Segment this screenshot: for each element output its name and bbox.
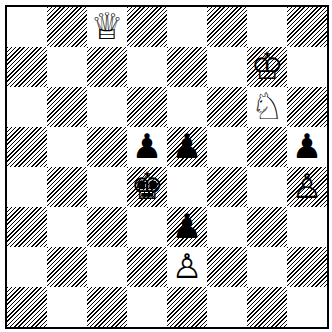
square-d1[interactable]	[127, 287, 167, 327]
square-b1[interactable]	[47, 287, 87, 327]
square-h2[interactable]	[287, 247, 327, 287]
square-c4[interactable]	[87, 167, 127, 207]
square-h7[interactable]	[287, 47, 327, 87]
piece-white-pawn-e2[interactable]: ♙	[172, 249, 202, 283]
square-b2[interactable]	[47, 247, 87, 287]
square-c8[interactable]: ♕	[87, 7, 127, 47]
square-a7[interactable]	[7, 47, 47, 87]
square-h6[interactable]	[287, 87, 327, 127]
square-a1[interactable]	[7, 287, 47, 327]
square-c3[interactable]	[87, 207, 127, 247]
square-g2[interactable]	[247, 247, 287, 287]
square-h8[interactable]	[287, 7, 327, 47]
square-g7[interactable]: ♔	[247, 47, 287, 87]
square-f2[interactable]	[207, 247, 247, 287]
square-b7[interactable]	[47, 47, 87, 87]
square-d8[interactable]	[127, 7, 167, 47]
square-g5[interactable]	[247, 127, 287, 167]
square-d7[interactable]	[127, 47, 167, 87]
square-b8[interactable]	[47, 7, 87, 47]
square-d3[interactable]	[127, 207, 167, 247]
square-a6[interactable]	[7, 87, 47, 127]
square-d5[interactable]: ♟	[127, 127, 167, 167]
piece-white-knight-g6[interactable]: ♘	[250, 88, 283, 125]
square-e6[interactable]	[167, 87, 207, 127]
square-h4[interactable]: ♙	[287, 167, 327, 207]
square-a8[interactable]	[7, 7, 47, 47]
square-e5[interactable]: ♟	[167, 127, 207, 167]
square-g1[interactable]	[247, 287, 287, 327]
square-e1[interactable]	[167, 287, 207, 327]
square-f1[interactable]	[207, 287, 247, 327]
square-e2[interactable]: ♙	[167, 247, 207, 287]
square-c2[interactable]	[87, 247, 127, 287]
square-c1[interactable]	[87, 287, 127, 327]
piece-white-king-g7[interactable]: ♔	[250, 48, 283, 85]
square-d2[interactable]	[127, 247, 167, 287]
square-h3[interactable]	[287, 207, 327, 247]
square-a3[interactable]	[7, 207, 47, 247]
board-frame: ♕♔♘♟♟♟♚♙♟♙	[5, 5, 329, 329]
square-b3[interactable]	[47, 207, 87, 247]
square-f7[interactable]	[207, 47, 247, 87]
square-c7[interactable]	[87, 47, 127, 87]
square-b5[interactable]	[47, 127, 87, 167]
square-e7[interactable]	[167, 47, 207, 87]
square-c6[interactable]	[87, 87, 127, 127]
square-f5[interactable]	[207, 127, 247, 167]
piece-black-pawn-d5[interactable]: ♟	[132, 129, 162, 163]
piece-white-queen-c8[interactable]: ♕	[90, 8, 123, 45]
piece-black-pawn-h5[interactable]: ♟	[292, 129, 322, 163]
square-f6[interactable]	[207, 87, 247, 127]
square-b4[interactable]	[47, 167, 87, 207]
square-e8[interactable]	[167, 7, 207, 47]
square-f8[interactable]	[207, 7, 247, 47]
piece-white-pawn-h4[interactable]: ♙	[292, 169, 322, 203]
piece-black-pawn-e3[interactable]: ♟	[172, 209, 202, 243]
square-g3[interactable]	[247, 207, 287, 247]
square-g4[interactable]	[247, 167, 287, 207]
square-f4[interactable]	[207, 167, 247, 207]
square-d4[interactable]: ♚	[127, 167, 167, 207]
square-e4[interactable]	[167, 167, 207, 207]
square-h5[interactable]: ♟	[287, 127, 327, 167]
square-e3[interactable]: ♟	[167, 207, 207, 247]
square-a5[interactable]	[7, 127, 47, 167]
chess-diagram: ♕♔♘♟♟♟♚♙♟♙	[0, 0, 332, 332]
square-g6[interactable]: ♘	[247, 87, 287, 127]
square-f3[interactable]	[207, 207, 247, 247]
square-b6[interactable]	[47, 87, 87, 127]
square-c5[interactable]	[87, 127, 127, 167]
square-a2[interactable]	[7, 247, 47, 287]
square-g8[interactable]	[247, 7, 287, 47]
square-h1[interactable]	[287, 287, 327, 327]
chess-board: ♕♔♘♟♟♟♚♙♟♙	[7, 7, 327, 327]
square-a4[interactable]	[7, 167, 47, 207]
piece-black-king-d4[interactable]: ♚	[130, 168, 163, 205]
piece-black-pawn-e5[interactable]: ♟	[172, 129, 202, 163]
square-d6[interactable]	[127, 87, 167, 127]
